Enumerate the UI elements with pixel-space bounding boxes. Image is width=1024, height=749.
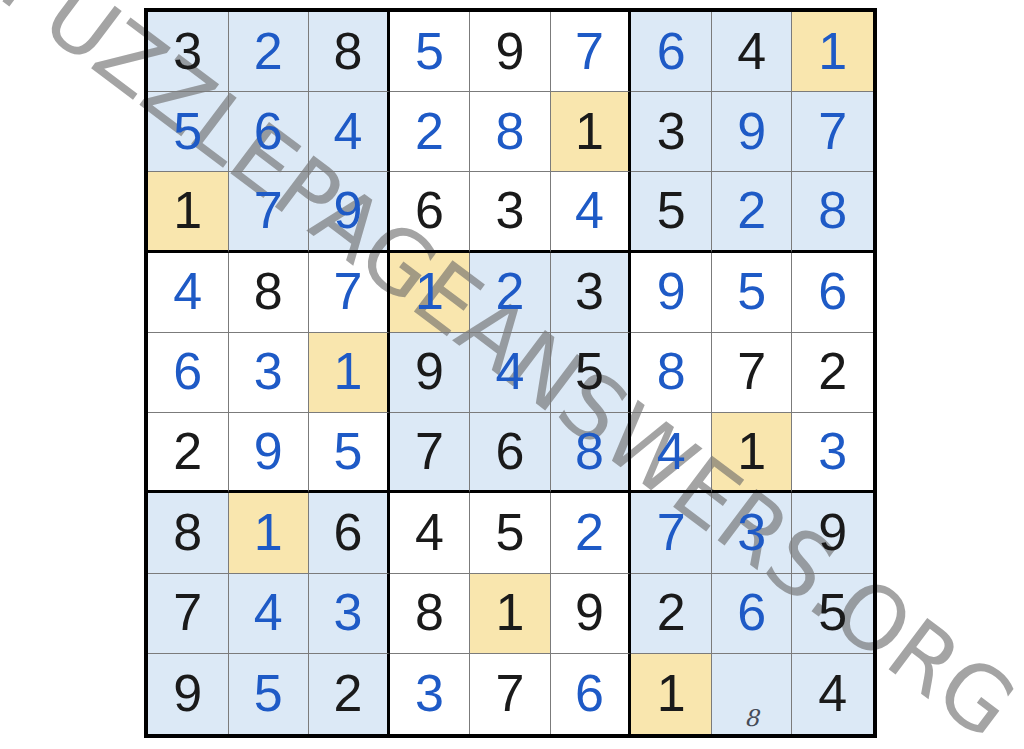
pencil-note-8: 8 — [744, 707, 759, 730]
cell-r9c1[interactable]: 9 — [148, 654, 229, 734]
digit: 6 — [173, 345, 202, 397]
digit: 3 — [254, 345, 283, 397]
digit: 5 — [657, 184, 686, 236]
digit: 6 — [496, 425, 525, 477]
cell-r8c2[interactable]: 4 — [229, 574, 310, 654]
cell-r2c1[interactable]: 5 — [148, 92, 229, 172]
cell-r1c4[interactable]: 5 — [390, 12, 471, 92]
digit: 1 — [254, 506, 283, 558]
cell-r4c1[interactable]: 4 — [148, 253, 229, 333]
digit: 5 — [737, 265, 766, 317]
digit: 2 — [496, 265, 525, 317]
digit: 3 — [575, 265, 604, 317]
cell-r1c9[interactable]: 1 — [792, 12, 873, 92]
cell-r5c5[interactable]: 4 — [470, 333, 551, 413]
digit: 9 — [818, 506, 847, 558]
cell-r7c9[interactable]: 9 — [792, 493, 873, 573]
cell-r3c5[interactable]: 3 — [470, 172, 551, 252]
digit: 3 — [737, 506, 766, 558]
cell-r4c7[interactable]: 9 — [631, 253, 712, 333]
digit: 6 — [333, 506, 362, 558]
cell-r4c3[interactable]: 7 — [309, 253, 390, 333]
digit: 8 — [496, 105, 525, 157]
cell-r6c8[interactable]: 1 — [712, 413, 793, 493]
cell-r5c3[interactable]: 1 — [309, 333, 390, 413]
digit: 8 — [818, 184, 847, 236]
sudoku-board: 3285976415642813971796345284871239566319… — [144, 8, 877, 738]
digit: 7 — [173, 586, 202, 638]
cell-r7c1[interactable]: 8 — [148, 493, 229, 573]
cell-r7c6[interactable]: 2 — [551, 493, 632, 573]
cell-r6c3[interactable]: 5 — [309, 413, 390, 493]
digit: 1 — [575, 105, 604, 157]
digit: 6 — [818, 265, 847, 317]
digit: 6 — [415, 184, 444, 236]
digit: 4 — [333, 105, 362, 157]
cell-r6c1[interactable]: 2 — [148, 413, 229, 493]
cell-r9c3[interactable]: 2 — [309, 654, 390, 734]
digit: 4 — [575, 184, 604, 236]
digit: 7 — [818, 105, 847, 157]
digit: 4 — [254, 586, 283, 638]
cell-r2c6[interactable]: 1 — [551, 92, 632, 172]
digit: 6 — [254, 105, 283, 157]
cell-r6c5[interactable]: 6 — [470, 413, 551, 493]
digit: 8 — [415, 586, 444, 638]
cell-r6c7[interactable]: 4 — [631, 413, 712, 493]
cell-r4c8[interactable]: 5 — [712, 253, 793, 333]
cell-r5c4[interactable]: 9 — [390, 333, 471, 413]
cell-r8c1[interactable]: 7 — [148, 574, 229, 654]
cell-r6c4[interactable]: 7 — [390, 413, 471, 493]
cell-r6c6[interactable]: 8 — [551, 413, 632, 493]
digit: 5 — [415, 25, 444, 77]
digit: 3 — [657, 105, 686, 157]
digit: 2 — [333, 667, 362, 719]
digit: 9 — [333, 184, 362, 236]
digit: 8 — [575, 425, 604, 477]
cell-r6c9[interactable]: 3 — [792, 413, 873, 493]
cell-r8c7[interactable]: 2 — [631, 574, 712, 654]
cell-r9c5[interactable]: 7 — [470, 654, 551, 734]
digit: 9 — [254, 425, 283, 477]
cell-r9c8[interactable]: 8 — [712, 654, 793, 734]
digit: 8 — [254, 265, 283, 317]
digit: 5 — [173, 105, 202, 157]
cell-r7c7[interactable]: 7 — [631, 493, 712, 573]
cell-r7c4[interactable]: 4 — [390, 493, 471, 573]
digit: 7 — [737, 345, 766, 397]
cell-r5c6[interactable]: 5 — [551, 333, 632, 413]
digit: 7 — [657, 506, 686, 558]
cell-r6c2[interactable]: 9 — [229, 413, 310, 493]
digit: 7 — [333, 265, 362, 317]
cell-r4c9[interactable]: 6 — [792, 253, 873, 333]
cell-r2c9[interactable]: 7 — [792, 92, 873, 172]
digit: 1 — [818, 25, 847, 77]
digit: 1 — [173, 184, 202, 236]
cell-r1c8[interactable]: 4 — [712, 12, 793, 92]
digit: 1 — [333, 345, 362, 397]
digit: 1 — [496, 586, 525, 638]
cell-r9c2[interactable]: 5 — [229, 654, 310, 734]
digit: 7 — [496, 667, 525, 719]
cell-r8c8[interactable]: 6 — [712, 574, 793, 654]
digit: 9 — [415, 345, 444, 397]
digit: 3 — [173, 25, 202, 77]
digit: 4 — [173, 265, 202, 317]
cell-r2c2[interactable]: 6 — [229, 92, 310, 172]
cell-r7c3[interactable]: 6 — [309, 493, 390, 573]
cell-r1c5[interactable]: 9 — [470, 12, 551, 92]
digit: 4 — [818, 667, 847, 719]
cell-r7c8[interactable]: 3 — [712, 493, 793, 573]
digit: 8 — [173, 506, 202, 558]
cell-r7c5[interactable]: 5 — [470, 493, 551, 573]
cell-r5c2[interactable]: 3 — [229, 333, 310, 413]
cell-r3c1[interactable]: 1 — [148, 172, 229, 252]
cell-r4c2[interactable]: 8 — [229, 253, 310, 333]
digit: 6 — [657, 25, 686, 77]
digit: 2 — [415, 105, 444, 157]
digit: 2 — [737, 184, 766, 236]
cell-r3c3[interactable]: 9 — [309, 172, 390, 252]
cell-r2c7[interactable]: 3 — [631, 92, 712, 172]
cell-r5c9[interactable]: 2 — [792, 333, 873, 413]
cell-r9c6[interactable]: 6 — [551, 654, 632, 734]
digit: 5 — [496, 506, 525, 558]
cell-r5c8[interactable]: 7 — [712, 333, 793, 413]
cell-r8c3[interactable]: 3 — [309, 574, 390, 654]
digit: 9 — [737, 105, 766, 157]
cell-r7c2[interactable]: 1 — [229, 493, 310, 573]
cell-r9c9[interactable]: 4 — [792, 654, 873, 734]
cell-r4c4[interactable]: 1 — [390, 253, 471, 333]
digit: 2 — [254, 25, 283, 77]
digit: 9 — [657, 265, 686, 317]
cell-r4c6[interactable]: 3 — [551, 253, 632, 333]
cell-r2c4[interactable]: 2 — [390, 92, 471, 172]
digit: 9 — [575, 586, 604, 638]
cell-r1c1[interactable]: 3 — [148, 12, 229, 92]
cell-r9c4[interactable]: 3 — [390, 654, 471, 734]
digit: 9 — [496, 25, 525, 77]
cell-r1c2[interactable]: 2 — [229, 12, 310, 92]
cell-r2c8[interactable]: 9 — [712, 92, 793, 172]
cell-r8c9[interactable]: 5 — [792, 574, 873, 654]
digit: 7 — [254, 184, 283, 236]
cell-r5c7[interactable]: 8 — [631, 333, 712, 413]
digit: 2 — [657, 586, 686, 638]
digit: 2 — [575, 506, 604, 558]
cell-r5c1[interactable]: 6 — [148, 333, 229, 413]
cell-r1c7[interactable]: 6 — [631, 12, 712, 92]
cell-r3c8[interactable]: 2 — [712, 172, 793, 252]
digit: 3 — [496, 184, 525, 236]
digit: 4 — [496, 345, 525, 397]
digit: 1 — [737, 425, 766, 477]
digit: 6 — [737, 586, 766, 638]
cell-r3c4[interactable]: 6 — [390, 172, 471, 252]
cell-r1c6[interactable]: 7 — [551, 12, 632, 92]
page: PUZZLEPAGEANSWERS.ORG 328597641564281397… — [0, 0, 1024, 749]
digit: 8 — [657, 345, 686, 397]
cell-r8c6[interactable]: 9 — [551, 574, 632, 654]
cell-r1c3[interactable]: 8 — [309, 12, 390, 92]
cell-r3c2[interactable]: 7 — [229, 172, 310, 252]
cell-r2c3[interactable]: 4 — [309, 92, 390, 172]
digit: 9 — [173, 667, 202, 719]
digit: 5 — [254, 667, 283, 719]
digit: 7 — [575, 25, 604, 77]
digit: 3 — [333, 586, 362, 638]
cell-r4c5[interactable]: 2 — [470, 253, 551, 333]
digit: 2 — [818, 345, 847, 397]
digit: 5 — [333, 425, 362, 477]
cell-r8c5[interactable]: 1 — [470, 574, 551, 654]
cell-r8c4[interactable]: 8 — [390, 574, 471, 654]
digit: 4 — [737, 25, 766, 77]
digit: 3 — [415, 667, 444, 719]
digit: 4 — [657, 425, 686, 477]
digit: 5 — [575, 345, 604, 397]
digit: 3 — [818, 425, 847, 477]
digit: 1 — [657, 667, 686, 719]
digit: 5 — [818, 586, 847, 638]
digit: 8 — [333, 25, 362, 77]
cell-r9c7[interactable]: 1 — [631, 654, 712, 734]
cell-r3c9[interactable]: 8 — [792, 172, 873, 252]
digit: 6 — [575, 667, 604, 719]
digit: 2 — [173, 425, 202, 477]
digit: 4 — [415, 506, 444, 558]
digit: 1 — [415, 265, 444, 317]
cell-r3c6[interactable]: 4 — [551, 172, 632, 252]
digit: 7 — [415, 425, 444, 477]
cell-r3c7[interactable]: 5 — [631, 172, 712, 252]
cell-r2c5[interactable]: 8 — [470, 92, 551, 172]
